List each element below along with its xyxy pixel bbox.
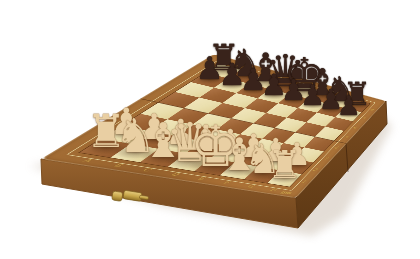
scene: ABCDEFGH 12345678 gm ♜♞♝♛♚♝♞♜♟♟♟♟♟♟♟♟♟♟♟… — [0, 0, 420, 259]
pieces-layer: ♜♞♝♛♚♝♞♜♟♟♟♟♟♟♟♟♟♟♟♟♟♟♟♟♜♞♝♛♚♝♞♜ — [0, 0, 420, 259]
piece-white-rook-h1[interactable]: ♜ — [268, 145, 302, 183]
piece-black-pawn-h7[interactable]: ♟ — [336, 91, 360, 118]
